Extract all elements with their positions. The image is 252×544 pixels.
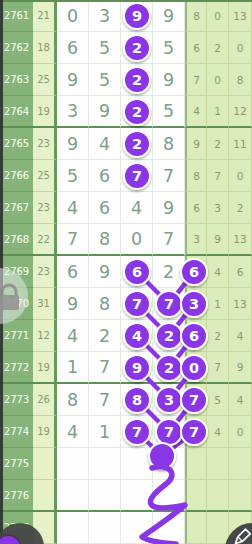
trend-grid: 2761210398013276218655620276325959708276… bbox=[0, 0, 252, 544]
stat-cell bbox=[229, 480, 252, 512]
sum-cell: 31 bbox=[33, 288, 57, 320]
digit-cell: 0 bbox=[121, 224, 153, 256]
digit-cell bbox=[57, 512, 89, 544]
stat-cell bbox=[185, 512, 207, 544]
lottery-trend-chart-screen: 2761210398013276218655620276325959708276… bbox=[0, 0, 252, 544]
digit-cell bbox=[153, 480, 185, 512]
digit-cell: 3 bbox=[89, 0, 121, 32]
digit-cell: 9 bbox=[57, 288, 89, 320]
lock-icon bbox=[0, 268, 28, 324]
digit-cell: 5 bbox=[153, 96, 185, 128]
sum-cell: 25 bbox=[33, 160, 57, 192]
pen-tool-button[interactable] bbox=[225, 523, 252, 544]
top-divider bbox=[0, 0, 252, 2]
digit-cell: 4 bbox=[57, 416, 89, 448]
digit-cell bbox=[89, 448, 121, 480]
digit-cell: 6 bbox=[89, 160, 121, 192]
issue-cell: 2771 bbox=[0, 320, 33, 352]
issue-cell: 2776 bbox=[0, 480, 33, 512]
digit-cell bbox=[153, 352, 185, 384]
issue-cell: 2762 bbox=[0, 32, 33, 64]
digit-cell: 8 bbox=[153, 128, 185, 160]
stat-cell: 7 bbox=[207, 352, 229, 384]
stat-cell: 12 bbox=[229, 96, 252, 128]
stat-cell: 0 bbox=[229, 160, 252, 192]
digit-cell: 7 bbox=[89, 384, 121, 416]
stat-cell: 9 bbox=[229, 352, 252, 384]
digit-cell: 4 bbox=[121, 192, 153, 224]
sum-cell: 22 bbox=[33, 224, 57, 256]
digit-cell bbox=[121, 448, 153, 480]
digit-cell: 4 bbox=[57, 320, 89, 352]
digit-cell bbox=[121, 320, 153, 352]
sum-cell bbox=[33, 480, 57, 512]
digit-cell bbox=[121, 384, 153, 416]
digit-cell: 9 bbox=[89, 96, 121, 128]
stat-cell: 9 bbox=[185, 128, 207, 160]
digit-cell: 7 bbox=[153, 224, 185, 256]
stat-cell: 0 bbox=[229, 32, 252, 64]
stat-cell: 1 bbox=[207, 288, 229, 320]
digit-cell bbox=[153, 384, 185, 416]
digit-cell: 9 bbox=[57, 64, 89, 96]
sum-cell: 19 bbox=[33, 416, 57, 448]
stat-cell bbox=[185, 480, 207, 512]
issue-cell: 2761 bbox=[0, 0, 33, 32]
issue-cell: 2772 bbox=[0, 352, 33, 384]
stat-cell: 0 bbox=[229, 416, 252, 448]
digit-cell: 6 bbox=[57, 256, 89, 288]
digit-cell: 2 bbox=[89, 320, 121, 352]
digit-cell: 4 bbox=[89, 128, 121, 160]
digit-cell bbox=[57, 480, 89, 512]
sum-cell: 25 bbox=[33, 64, 57, 96]
digit-cell: 8 bbox=[89, 288, 121, 320]
stat-cell bbox=[185, 448, 207, 480]
lock-button[interactable] bbox=[0, 268, 28, 324]
digit-cell bbox=[121, 512, 153, 544]
sum-cell: 19 bbox=[33, 352, 57, 384]
digit-cell bbox=[57, 448, 89, 480]
stat-cell: 4 bbox=[207, 416, 229, 448]
sum-cell: 19 bbox=[33, 96, 57, 128]
stat-cell: 13 bbox=[229, 0, 252, 32]
digit-cell bbox=[89, 480, 121, 512]
issue-cell: 2766 bbox=[0, 160, 33, 192]
digit-cell: 5 bbox=[89, 32, 121, 64]
digit-cell bbox=[89, 512, 121, 544]
digit-cell bbox=[153, 320, 185, 352]
stat-cell: 7 bbox=[185, 64, 207, 96]
stat-cell: 4 bbox=[207, 256, 229, 288]
stat-cell bbox=[207, 448, 229, 480]
sum-cell: 12 bbox=[33, 320, 57, 352]
sum-cell: 21 bbox=[33, 0, 57, 32]
stat-cell bbox=[207, 480, 229, 512]
sum-cell: 23 bbox=[33, 192, 57, 224]
stat-cell: 4 bbox=[229, 384, 252, 416]
stat-cell: 2 bbox=[207, 32, 229, 64]
digit-cell: 7 bbox=[89, 352, 121, 384]
stat-cell bbox=[185, 320, 207, 352]
digit-cell: 8 bbox=[89, 224, 121, 256]
stat-cell: 8 bbox=[185, 160, 207, 192]
stat-cell: 6 bbox=[229, 256, 252, 288]
stat-cell: 6 bbox=[185, 192, 207, 224]
digit-cell bbox=[121, 352, 153, 384]
digit-cell bbox=[121, 160, 153, 192]
digit-cell: 9 bbox=[153, 64, 185, 96]
stat-cell bbox=[185, 256, 207, 288]
stat-cell: 7 bbox=[207, 160, 229, 192]
digit-cell bbox=[121, 32, 153, 64]
sum-cell: 23 bbox=[33, 128, 57, 160]
digit-cell: 2 bbox=[153, 256, 185, 288]
stat-cell: 0 bbox=[207, 64, 229, 96]
digit-cell bbox=[121, 128, 153, 160]
digit-cell bbox=[153, 288, 185, 320]
digit-cell: 9 bbox=[57, 128, 89, 160]
digit-cell: 5 bbox=[57, 160, 89, 192]
stat-cell bbox=[185, 384, 207, 416]
stat-cell: 8 bbox=[229, 64, 252, 96]
stat-cell: 13 bbox=[229, 224, 252, 256]
stat-cell: 8 bbox=[185, 0, 207, 32]
digit-cell: 8 bbox=[57, 384, 89, 416]
pencil-icon bbox=[225, 523, 252, 544]
sum-cell: 23 bbox=[33, 256, 57, 288]
digit-cell: 7 bbox=[57, 224, 89, 256]
digit-cell bbox=[153, 512, 185, 544]
digit-cell bbox=[121, 96, 153, 128]
digit-cell: 6 bbox=[89, 192, 121, 224]
stat-cell: 2 bbox=[229, 192, 252, 224]
digit-cell bbox=[121, 0, 153, 32]
stat-cell: 13 bbox=[229, 288, 252, 320]
digit-cell bbox=[121, 64, 153, 96]
digit-cell bbox=[153, 416, 185, 448]
digit-cell: 1 bbox=[89, 416, 121, 448]
stat-cell: 4 bbox=[229, 320, 252, 352]
digit-cell: 7 bbox=[153, 160, 185, 192]
issue-cell: 2768 bbox=[0, 224, 33, 256]
digit-cell bbox=[121, 256, 153, 288]
issue-cell: 2763 bbox=[0, 64, 33, 96]
digit-cell: 5 bbox=[89, 64, 121, 96]
digit-cell bbox=[121, 480, 153, 512]
digit-cell bbox=[153, 448, 185, 480]
digit-cell bbox=[121, 288, 153, 320]
digit-cell: 1 bbox=[57, 352, 89, 384]
issue-cell: 2764 bbox=[0, 96, 33, 128]
digit-cell: 4 bbox=[57, 192, 89, 224]
sum-cell bbox=[33, 448, 57, 480]
stat-cell: 2 bbox=[207, 320, 229, 352]
digit-cell: 3 bbox=[57, 96, 89, 128]
digit-cell: 9 bbox=[89, 256, 121, 288]
digit-cell: 0 bbox=[57, 0, 89, 32]
issue-cell: 2773 bbox=[0, 384, 33, 416]
stat-cell bbox=[185, 352, 207, 384]
digit-cell: 5 bbox=[153, 32, 185, 64]
digit-cell: 9 bbox=[153, 0, 185, 32]
stat-cell: 6 bbox=[185, 32, 207, 64]
stat-cell: 9 bbox=[207, 224, 229, 256]
digit-cell bbox=[121, 416, 153, 448]
stat-cell bbox=[185, 288, 207, 320]
digit-cell: 9 bbox=[153, 192, 185, 224]
stat-cell: 3 bbox=[185, 224, 207, 256]
issue-cell: 2765 bbox=[0, 128, 33, 160]
stat-cell: 2 bbox=[207, 128, 229, 160]
stat-cell bbox=[185, 416, 207, 448]
issue-cell: 2774 bbox=[0, 416, 33, 448]
issue-cell: 2767 bbox=[0, 192, 33, 224]
stat-cell: 5 bbox=[207, 384, 229, 416]
stat-cell: 4 bbox=[185, 96, 207, 128]
stat-cell: 3 bbox=[207, 192, 229, 224]
sum-cell: 18 bbox=[33, 32, 57, 64]
stat-cell: 0 bbox=[207, 0, 229, 32]
stat-cell: 1 bbox=[207, 96, 229, 128]
issue-cell: 2775 bbox=[0, 448, 33, 480]
sum-cell: 26 bbox=[33, 384, 57, 416]
stat-cell bbox=[229, 448, 252, 480]
stat-cell: 11 bbox=[229, 128, 252, 160]
digit-cell: 6 bbox=[57, 32, 89, 64]
